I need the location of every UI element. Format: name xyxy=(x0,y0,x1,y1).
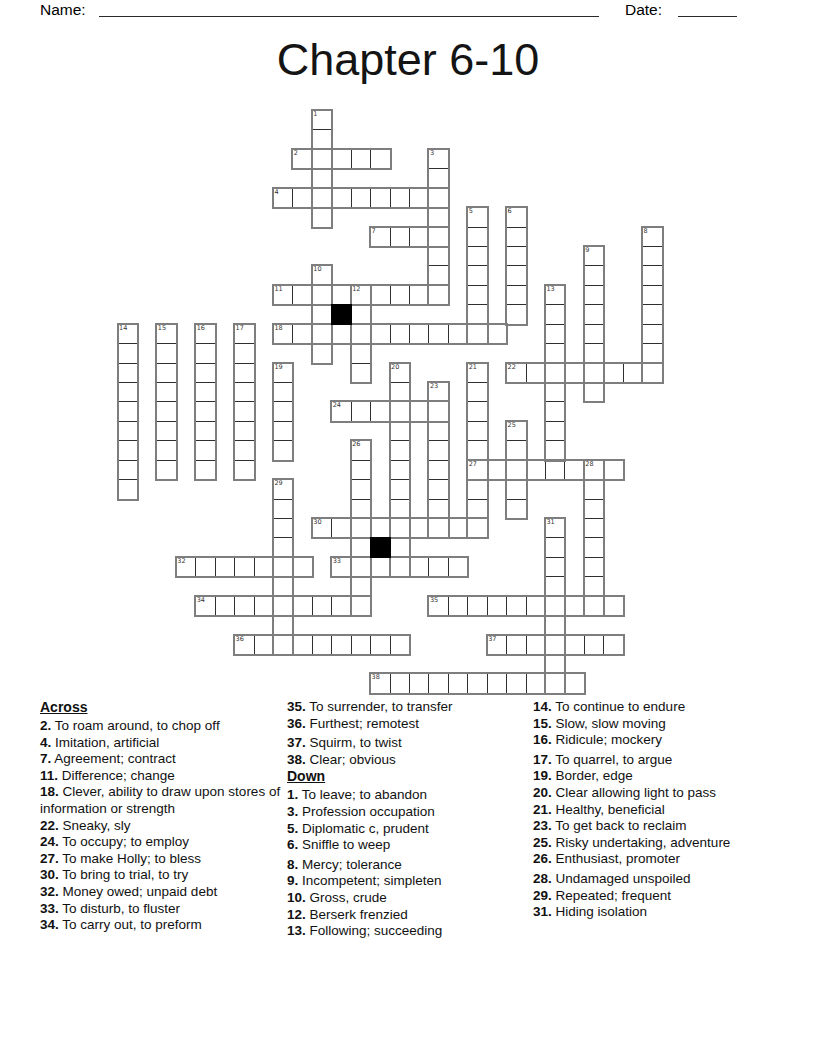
clue-number: 13 xyxy=(546,286,554,293)
grid-cell[interactable] xyxy=(351,537,371,557)
grid-cell[interactable] xyxy=(526,363,546,383)
clue-number: 25 xyxy=(508,422,516,429)
grid-cell[interactable] xyxy=(390,324,410,344)
grid-cell[interactable] xyxy=(584,537,604,557)
grid-cell[interactable] xyxy=(428,479,448,499)
grid-cell[interactable] xyxy=(234,460,254,480)
grid-cell[interactable] xyxy=(156,421,176,441)
grid-cell[interactable] xyxy=(195,557,215,577)
grid-cell[interactable] xyxy=(370,324,390,344)
grid-cell[interactable] xyxy=(351,343,371,363)
grid-cell[interactable] xyxy=(545,304,565,324)
clue-item: 14. To continue to endure xyxy=(533,699,795,716)
grid-cell[interactable] xyxy=(273,635,293,655)
grid-cell[interactable] xyxy=(506,246,526,266)
grid-cell[interactable] xyxy=(584,343,604,363)
grid-cell[interactable] xyxy=(370,401,390,421)
grid-cell[interactable] xyxy=(584,635,604,655)
grid-cell[interactable] xyxy=(545,673,565,693)
clue-item: 9. Incompetent; simpleten xyxy=(287,873,533,890)
grid-cell[interactable] xyxy=(273,440,293,460)
grid-cell[interactable] xyxy=(195,382,215,402)
clue-item: 30. To bring to trial, to try xyxy=(40,867,286,884)
grid-cell[interactable] xyxy=(118,440,138,460)
grid-cell[interactable] xyxy=(545,537,565,557)
grid-cell[interactable] xyxy=(642,363,662,383)
grid-cell[interactable] xyxy=(331,635,351,655)
grid-cell[interactable] xyxy=(390,401,410,421)
clue-item: 35. To surrender, to transfer xyxy=(287,699,533,716)
clue-number: 33 xyxy=(333,558,341,565)
grid-cell[interactable] xyxy=(448,557,468,577)
grid-cell[interactable] xyxy=(487,460,507,480)
clue-number: 4 xyxy=(274,189,278,196)
down-heading: Down xyxy=(287,768,533,785)
clue-number: 22 xyxy=(508,364,516,371)
grid-cell[interactable] xyxy=(351,576,371,596)
grid-cell[interactable] xyxy=(584,596,604,616)
grid-cell[interactable] xyxy=(351,149,371,169)
grid-cell[interactable] xyxy=(642,304,662,324)
grid-cell[interactable] xyxy=(467,285,487,305)
grid-cell[interactable] xyxy=(526,460,546,480)
grid-cell[interactable] xyxy=(564,673,584,693)
grid-cell[interactable] xyxy=(370,149,390,169)
clue-item: 12. Berserk frenzied xyxy=(287,907,533,924)
grid-cell[interactable] xyxy=(351,401,371,421)
grid-cell[interactable] xyxy=(506,440,526,460)
grid-cell[interactable] xyxy=(642,246,662,266)
grid-cell[interactable] xyxy=(467,479,487,499)
grid-cell[interactable] xyxy=(254,596,274,616)
grid-cell[interactable] xyxy=(292,557,312,577)
grid-cell[interactable] xyxy=(331,596,351,616)
grid-cell[interactable] xyxy=(390,499,410,519)
grid-cell[interactable] xyxy=(118,421,138,441)
grid-cell[interactable] xyxy=(273,537,293,557)
grid-cell[interactable] xyxy=(390,188,410,208)
grid-cell[interactable] xyxy=(370,285,390,305)
grid-cell[interactable] xyxy=(448,673,468,693)
grid-cell[interactable] xyxy=(584,518,604,538)
grid-cell[interactable] xyxy=(545,440,565,460)
grid-cell[interactable] xyxy=(584,576,604,596)
grid-cell[interactable] xyxy=(273,615,293,635)
grid-cell[interactable] xyxy=(467,499,487,519)
grid-cell[interactable] xyxy=(292,324,312,344)
grid-cell[interactable] xyxy=(351,188,371,208)
grid-cell[interactable] xyxy=(195,343,215,363)
grid-cell[interactable] xyxy=(545,343,565,363)
grid-cell[interactable] xyxy=(370,518,390,538)
grid-cell[interactable] xyxy=(545,324,565,344)
grid-cell[interactable] xyxy=(467,324,487,344)
crossword-worksheet: { "game": "crossword", "header": { "name… xyxy=(0,0,816,1056)
grid-cell[interactable] xyxy=(118,363,138,383)
clue-item: 5. Diplomatic c, prudent xyxy=(287,821,533,838)
across-heading: Across xyxy=(40,699,286,716)
clue-number: 32 xyxy=(177,558,185,565)
grid-cell[interactable] xyxy=(448,596,468,616)
grid-cell[interactable] xyxy=(428,440,448,460)
grid-cell[interactable] xyxy=(506,635,526,655)
grid-cell[interactable] xyxy=(331,285,351,305)
grid-cell[interactable] xyxy=(390,537,410,557)
grid-cell[interactable] xyxy=(564,635,584,655)
grid-cell[interactable] xyxy=(506,460,526,480)
grid-cell[interactable] xyxy=(215,596,235,616)
grid-cell[interactable] xyxy=(428,324,448,344)
grid-cell[interactable] xyxy=(409,401,429,421)
clue-number: 5 xyxy=(469,208,473,215)
grid-cell[interactable] xyxy=(390,285,410,305)
grid-cell[interactable] xyxy=(234,401,254,421)
grid-cell[interactable] xyxy=(118,343,138,363)
grid-cell[interactable] xyxy=(642,265,662,285)
clue-item: 21. Healthy, beneficial xyxy=(533,802,795,819)
grid-cell[interactable] xyxy=(195,421,215,441)
grid-cell[interactable] xyxy=(428,227,448,247)
grid-cell[interactable] xyxy=(467,440,487,460)
grid-cell[interactable] xyxy=(603,635,623,655)
grid-cell[interactable] xyxy=(390,460,410,480)
clue-item: 25. Risky undertaking, adventure xyxy=(533,835,795,852)
grid-cell[interactable] xyxy=(312,304,332,324)
grid-cell[interactable] xyxy=(370,557,390,577)
clue-item: 26. Enthusiast, promoter xyxy=(533,851,795,868)
grid-cell[interactable] xyxy=(545,635,565,655)
grid-cell[interactable] xyxy=(409,188,429,208)
grid-cell[interactable] xyxy=(506,285,526,305)
grid-cell[interactable] xyxy=(273,557,293,577)
grid-cell[interactable] xyxy=(273,576,293,596)
clue-item: 32. Money owed; unpaid debt xyxy=(40,884,286,901)
grid-cell[interactable] xyxy=(156,401,176,421)
grid-cell[interactable] xyxy=(584,557,604,577)
grid-cell[interactable] xyxy=(448,324,468,344)
grid-cell[interactable] xyxy=(254,557,274,577)
grid-cell[interactable] xyxy=(564,596,584,616)
grid-cell[interactable] xyxy=(351,596,371,616)
clue-number: 9 xyxy=(585,247,589,254)
grid-cell[interactable] xyxy=(312,129,332,149)
clue-item: 7. Agreement; contract xyxy=(40,751,286,768)
grid-cell[interactable] xyxy=(545,401,565,421)
grid-cell[interactable] xyxy=(312,596,332,616)
grid-cell[interactable] xyxy=(312,324,332,344)
grid-cell[interactable] xyxy=(545,460,565,480)
clue-item: 11. Difference; change xyxy=(40,768,286,785)
clue-number: 26 xyxy=(352,441,360,448)
grid-cell[interactable] xyxy=(273,518,293,538)
grid-cell[interactable] xyxy=(584,479,604,499)
grid-cell[interactable] xyxy=(292,635,312,655)
grid-cell[interactable] xyxy=(428,265,448,285)
grid-cell[interactable] xyxy=(273,596,293,616)
clue-number: 17 xyxy=(236,325,244,332)
clue-number: 38 xyxy=(372,674,380,681)
clue-item: 4. Imitation, artificial xyxy=(40,735,286,752)
grid-cell[interactable] xyxy=(390,673,410,693)
grid-cell[interactable] xyxy=(390,227,410,247)
grid-cell[interactable] xyxy=(273,401,293,421)
grid-cell[interactable] xyxy=(292,596,312,616)
grid-cell[interactable] xyxy=(390,518,410,538)
clue-item: 38. Clear; obvious xyxy=(287,752,533,769)
grid-cell[interactable] xyxy=(409,673,429,693)
grid-cell[interactable] xyxy=(428,188,448,208)
grid-cell[interactable] xyxy=(409,518,429,538)
clue-number: 29 xyxy=(274,480,282,487)
clue-item: 2. To roam around, to chop off xyxy=(40,718,286,735)
grid-cell[interactable] xyxy=(234,343,254,363)
grid-cell[interactable] xyxy=(506,227,526,247)
grid-cell[interactable] xyxy=(312,149,332,169)
grid-cell[interactable] xyxy=(312,343,332,363)
grid-cell[interactable] xyxy=(156,460,176,480)
grid-cell[interactable] xyxy=(623,363,643,383)
grid-cell[interactable] xyxy=(526,596,546,616)
grid-cell[interactable] xyxy=(506,265,526,285)
clue-item: 37. Squirm, to twist xyxy=(287,735,533,752)
grid-cell[interactable] xyxy=(351,479,371,499)
grid-cell[interactable] xyxy=(312,188,332,208)
clue-number: 2 xyxy=(294,150,298,157)
grid-cell[interactable] xyxy=(312,207,332,227)
clue-item: 8. Mercy; tolerance xyxy=(287,857,533,874)
grid-cell[interactable] xyxy=(545,382,565,402)
grid-cell[interactable] xyxy=(331,324,351,344)
grid-cell[interactable] xyxy=(428,421,448,441)
grid-cell[interactable] xyxy=(428,207,448,227)
grid-cell[interactable] xyxy=(467,304,487,324)
grid-cell[interactable] xyxy=(467,596,487,616)
clue-item: 13. Following; succeeding xyxy=(287,923,533,940)
grid-cell[interactable] xyxy=(331,518,351,538)
grid-cell[interactable] xyxy=(156,363,176,383)
grid-cell[interactable] xyxy=(487,673,507,693)
clue-number: 28 xyxy=(585,461,593,468)
clue-number: 27 xyxy=(469,461,477,468)
clue-item: 31. Hiding isolation xyxy=(533,904,795,921)
grid-cell[interactable] xyxy=(312,168,332,188)
grid-cell[interactable] xyxy=(545,615,565,635)
grid-cell[interactable] xyxy=(545,557,565,577)
grid-cell[interactable] xyxy=(254,635,274,655)
grid-cell[interactable] xyxy=(195,460,215,480)
grid-cell[interactable] xyxy=(545,596,565,616)
grid-cell[interactable] xyxy=(506,673,526,693)
grid-cell[interactable] xyxy=(642,343,662,363)
grid-cell[interactable] xyxy=(331,188,351,208)
grid-cell[interactable] xyxy=(584,382,604,402)
clue-number: 19 xyxy=(274,364,282,371)
grid-cell[interactable] xyxy=(506,499,526,519)
grid-cell[interactable] xyxy=(273,421,293,441)
clue-number: 15 xyxy=(158,325,166,332)
grid-cell[interactable] xyxy=(584,304,604,324)
clue-item: 33. To disturb, to fluster xyxy=(40,901,286,918)
grid-cell[interactable] xyxy=(409,285,429,305)
clue-number: 36 xyxy=(236,636,244,643)
clue-item: 1. To leave; to abandon xyxy=(287,787,533,804)
grid-cell[interactable] xyxy=(351,635,371,655)
clue-item: 36. Furthest; remotest xyxy=(287,716,533,733)
grid-cell[interactable] xyxy=(545,576,565,596)
clue-number: 10 xyxy=(313,266,321,273)
grid-cell[interactable] xyxy=(234,421,254,441)
grid-cell[interactable] xyxy=(195,363,215,383)
grid-cell[interactable] xyxy=(428,557,448,577)
clues-column-2: 35. To surrender, to transfer36. Furthes… xyxy=(287,699,533,940)
clue-number: 21 xyxy=(469,364,477,371)
grid-cell[interactable] xyxy=(428,246,448,266)
grid-cell[interactable] xyxy=(428,285,448,305)
grid-cell[interactable] xyxy=(506,479,526,499)
grid-cell[interactable] xyxy=(545,654,565,674)
grid-cell[interactable] xyxy=(390,440,410,460)
grid-cell[interactable] xyxy=(603,596,623,616)
grid-cell[interactable] xyxy=(584,324,604,344)
clue-item: 20. Clear allowing light to pass xyxy=(533,785,795,802)
clue-item: 22. Sneaky, sly xyxy=(40,818,286,835)
grid-cell[interactable] xyxy=(526,673,546,693)
grid-cell[interactable] xyxy=(584,285,604,305)
grid-cell[interactable] xyxy=(409,227,429,247)
grid-cell[interactable] xyxy=(467,518,487,538)
grid-cell[interactable] xyxy=(428,401,448,421)
grid-cell[interactable] xyxy=(156,440,176,460)
clue-number: 1 xyxy=(313,111,317,118)
clue-number: 37 xyxy=(488,636,496,643)
grid-cell[interactable] xyxy=(642,324,662,344)
grid-cell[interactable] xyxy=(273,499,293,519)
clue-item: 18. Clever, ability to draw upon stores … xyxy=(40,784,286,817)
grid-cell[interactable] xyxy=(351,304,371,324)
grid-cell[interactable] xyxy=(584,499,604,519)
clue-item: 19. Border, edge xyxy=(533,768,795,785)
grid-cell[interactable] xyxy=(428,168,448,188)
grid-cell[interactable] xyxy=(584,265,604,285)
grid-cell[interactable] xyxy=(234,596,254,616)
grid-cell[interactable] xyxy=(370,188,390,208)
grid-cell[interactable] xyxy=(487,324,507,344)
grid-cell[interactable] xyxy=(409,324,429,344)
clue-number: 14 xyxy=(119,325,127,332)
grid-cell[interactable] xyxy=(351,499,371,519)
clue-item: 27. To make Holly; to bless xyxy=(40,851,286,868)
clue-number: 16 xyxy=(197,325,205,332)
clue-number: 31 xyxy=(546,519,554,526)
clue-item: 10. Gross, crude xyxy=(287,890,533,907)
clue-item: 15. Slow, slow moving xyxy=(533,716,795,733)
grid-cell[interactable] xyxy=(118,401,138,421)
grid-cell[interactable] xyxy=(195,401,215,421)
grid-cell[interactable] xyxy=(234,363,254,383)
clue-item: 24. To occupy; to employ xyxy=(40,834,286,851)
grid-cell[interactable] xyxy=(234,382,254,402)
grid-cell[interactable] xyxy=(292,285,312,305)
grid-cell[interactable] xyxy=(467,382,487,402)
grid-cell[interactable] xyxy=(118,460,138,480)
grid-cell[interactable] xyxy=(467,673,487,693)
grid-cell[interactable] xyxy=(331,149,351,169)
grid-cell[interactable] xyxy=(584,363,604,383)
grid-cell[interactable] xyxy=(467,401,487,421)
grid-cell[interactable] xyxy=(564,460,584,480)
grid-cell[interactable] xyxy=(118,382,138,402)
grid-cell[interactable] xyxy=(506,304,526,324)
grid-cell[interactable] xyxy=(351,557,371,577)
clue-number: 3 xyxy=(430,150,434,157)
grid-cell[interactable] xyxy=(370,635,390,655)
grid-cell[interactable] xyxy=(487,596,507,616)
grid-cell[interactable] xyxy=(273,382,293,402)
grid-cell[interactable] xyxy=(195,440,215,460)
grid-cell[interactable] xyxy=(642,285,662,305)
grid-cell[interactable] xyxy=(351,460,371,480)
grid-cell[interactable] xyxy=(390,557,410,577)
clue-number: 18 xyxy=(274,325,282,332)
grid-cell[interactable] xyxy=(234,440,254,460)
grid-cell[interactable] xyxy=(390,421,410,441)
grid-cell[interactable] xyxy=(467,246,487,266)
grid-cell[interactable] xyxy=(156,343,176,363)
grid-cell[interactable] xyxy=(351,324,371,344)
grid-cell[interactable] xyxy=(545,421,565,441)
grid-cell[interactable] xyxy=(390,479,410,499)
grid-cell[interactable] xyxy=(428,499,448,519)
grid-cell[interactable] xyxy=(467,227,487,247)
grid-cell[interactable] xyxy=(603,363,623,383)
clue-number: 30 xyxy=(313,519,321,526)
clue-number: 20 xyxy=(391,364,399,371)
clue-item: 6. Sniffle to weep xyxy=(287,837,533,854)
grid-cell[interactable] xyxy=(118,479,138,499)
grid-cell[interactable] xyxy=(390,382,410,402)
grid-cell[interactable] xyxy=(351,363,371,383)
grid-cell[interactable] xyxy=(467,421,487,441)
grid-cell[interactable] xyxy=(428,460,448,480)
clue-item: 23. To get back to reclaim xyxy=(533,818,795,835)
clues-column-1: Across2. To roam around, to chop off4. I… xyxy=(40,699,286,934)
grid-cell[interactable] xyxy=(448,518,468,538)
grid-cell[interactable] xyxy=(156,382,176,402)
grid-cell[interactable] xyxy=(312,285,332,305)
grid-cell[interactable] xyxy=(545,363,565,383)
grid-cell[interactable] xyxy=(526,635,546,655)
clue-item: 28. Undamaged unspoiled xyxy=(533,871,795,888)
grid-cell[interactable] xyxy=(467,265,487,285)
grid-cell[interactable] xyxy=(603,460,623,480)
grid-cell[interactable] xyxy=(312,635,332,655)
clue-number: 34 xyxy=(197,597,205,604)
grid-cell[interactable] xyxy=(390,635,410,655)
black-cell xyxy=(331,304,351,324)
grid-cell[interactable] xyxy=(292,188,312,208)
black-cell xyxy=(370,537,390,557)
grid-cell[interactable] xyxy=(506,596,526,616)
grid-cell[interactable] xyxy=(564,363,584,383)
grid-cell[interactable] xyxy=(351,518,371,538)
grid-cell[interactable] xyxy=(215,557,235,577)
grid-cell[interactable] xyxy=(409,557,429,577)
grid-cell[interactable] xyxy=(234,557,254,577)
grid-cell[interactable] xyxy=(428,673,448,693)
clue-item: 29. Repeated; frequent xyxy=(533,888,795,905)
clue-item: 3. Profession occupation xyxy=(287,804,533,821)
grid-cell[interactable] xyxy=(428,518,448,538)
